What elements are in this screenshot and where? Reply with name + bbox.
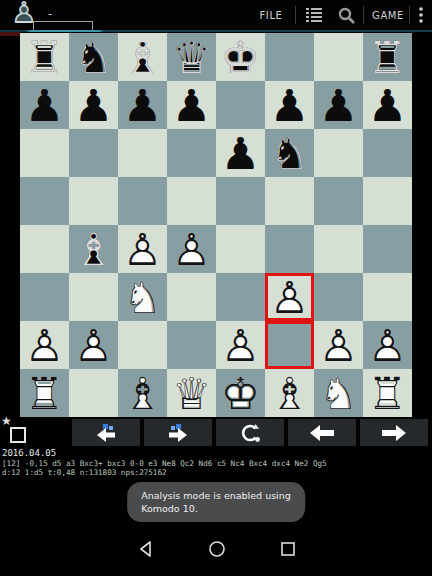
square-f5[interactable] [265, 177, 314, 225]
black-pawn: ♟ [363, 81, 412, 129]
white-pawn: ♟♙ [363, 321, 412, 369]
nav-back-icon[interactable] [137, 540, 155, 558]
square-g4[interactable] [314, 225, 363, 273]
square-a1[interactable]: ♜♖ [20, 369, 69, 417]
square-c4[interactable]: ♟♙ [118, 225, 167, 273]
square-f8[interactable] [265, 33, 314, 81]
forward-move-button[interactable] [360, 419, 428, 446]
search-icon[interactable] [330, 0, 362, 30]
square-g1[interactable]: ♞♘ [314, 369, 363, 417]
square-a4[interactable] [20, 225, 69, 273]
square-c5[interactable] [118, 177, 167, 225]
divider [295, 6, 296, 24]
back-move-button[interactable] [288, 419, 356, 446]
square-c1[interactable]: ♝♗ [118, 369, 167, 417]
action-bar: ♟ ♙ - FILE GAME [0, 0, 432, 30]
white-knight: ♞♘ [314, 369, 363, 417]
app-screen: ♟ ♙ - FILE GAME [0, 0, 432, 576]
square-g6[interactable] [314, 129, 363, 177]
square-b6[interactable] [69, 129, 118, 177]
game-menu-button[interactable]: GAME [366, 0, 410, 30]
square-h3[interactable] [363, 273, 412, 321]
square-h8[interactable]: ♜♖ [363, 33, 412, 81]
analysis-refresh-button[interactable] [216, 419, 284, 446]
white-pawn: ♟♙ [69, 321, 118, 369]
square-h6[interactable] [363, 129, 412, 177]
black-rook: ♜♖ [363, 33, 412, 81]
white-pawn: ♟♙ [265, 273, 314, 321]
white-bishop: ♝♗ [118, 369, 167, 417]
square-e7[interactable] [216, 81, 265, 129]
square-a5[interactable] [20, 177, 69, 225]
square-e4[interactable] [216, 225, 265, 273]
square-e3[interactable] [216, 273, 265, 321]
divider [363, 6, 364, 24]
moves-list-icon[interactable] [297, 0, 331, 30]
black-pawn: ♟ [314, 81, 363, 129]
square-d1[interactable]: ♛♕ [167, 369, 216, 417]
square-e6[interactable]: ♟ [216, 129, 265, 177]
window-title: - [48, 7, 52, 21]
toast-message: Analysis mode is enabled using Komodo 10… [127, 482, 305, 522]
square-d2[interactable] [167, 321, 216, 369]
black-pawn: ♟ [69, 81, 118, 129]
square-b8[interactable]: ♞♘ [69, 33, 118, 81]
overflow-menu-icon[interactable] [410, 0, 432, 30]
file-menu-button[interactable]: FILE [250, 0, 292, 30]
black-pawn: ♟ [265, 81, 314, 129]
square-a6[interactable] [20, 129, 69, 177]
prev-variation-button[interactable] [72, 419, 140, 446]
white-pawn: ♟♙ [314, 321, 363, 369]
square-e8[interactable]: ♚♔ [216, 33, 265, 81]
black-bishop: ♝♗ [118, 33, 167, 81]
game-date-label: 2016.04.05 [2, 448, 56, 458]
white-pawn: ♟♙ [216, 321, 265, 369]
nav-home-icon[interactable] [208, 540, 226, 558]
square-f3[interactable]: ♟♙ [265, 273, 314, 321]
square-b4[interactable]: ♝♗ [69, 225, 118, 273]
square-c2[interactable] [118, 321, 167, 369]
black-knight: ♞♘ [69, 33, 118, 81]
square-e5[interactable] [216, 177, 265, 225]
square-h4[interactable] [363, 225, 412, 273]
toast-line1: Analysis mode is enabled using [141, 489, 291, 502]
square-e2[interactable]: ♟♙ [216, 321, 265, 369]
square-c8[interactable]: ♝♗ [118, 33, 167, 81]
square-d4[interactable]: ♟♙ [167, 225, 216, 273]
square-g8[interactable] [314, 33, 363, 81]
favorite-star-icon: ★ [1, 414, 12, 428]
square-c3[interactable]: ♞♘ [118, 273, 167, 321]
black-pawn: ♟ [216, 129, 265, 177]
square-d8[interactable]: ♛♕ [167, 33, 216, 81]
white-pawn: ♟♙ [118, 225, 167, 273]
square-b2[interactable]: ♟♙ [69, 321, 118, 369]
black-pawn: ♟ [167, 81, 216, 129]
engine-stats-line: d:12 1:d5 t:0,48 n:131803 nps:275162 [2, 468, 432, 477]
square-g5[interactable] [314, 177, 363, 225]
white-queen: ♛♕ [167, 369, 216, 417]
square-h1[interactable]: ♜♖ [363, 369, 412, 417]
white-pawn: ♟♙ [167, 225, 216, 273]
black-pawn: ♟ [118, 81, 167, 129]
square-b7[interactable]: ♟ [69, 81, 118, 129]
square-g7[interactable]: ♟ [314, 81, 363, 129]
square-b5[interactable] [69, 177, 118, 225]
white-bishop: ♝♗ [265, 369, 314, 417]
white-rook: ♜♖ [20, 369, 69, 417]
square-f4[interactable] [265, 225, 314, 273]
square-f6[interactable]: ♞♘ [265, 129, 314, 177]
square-g2[interactable]: ♟♙ [314, 321, 363, 369]
white-pawn: ♟♙ [20, 321, 69, 369]
square-b1[interactable] [69, 369, 118, 417]
square-f7[interactable]: ♟ [265, 81, 314, 129]
square-a3[interactable] [20, 273, 69, 321]
square-c7[interactable]: ♟ [118, 81, 167, 129]
square-d3[interactable] [167, 273, 216, 321]
square-h7[interactable]: ♟ [363, 81, 412, 129]
square-d6[interactable] [167, 129, 216, 177]
engine-analysis-line: [12] -0,15 d5 a3 Bxc3+ bxc3 0-0 e3 Ne8 Q… [2, 459, 432, 468]
white-king: ♚♔ [216, 369, 265, 417]
square-g3[interactable] [314, 273, 363, 321]
select-checkbox[interactable] [10, 427, 26, 443]
square-a2[interactable]: ♟♙ [20, 321, 69, 369]
square-b3[interactable] [69, 273, 118, 321]
nav-recents-icon[interactable] [279, 540, 297, 558]
black-queen: ♛♕ [167, 33, 216, 81]
next-variation-button[interactable] [144, 419, 212, 446]
black-knight: ♞♘ [265, 129, 314, 177]
square-e1[interactable]: ♚♔ [216, 369, 265, 417]
red-indicator-bar [0, 32, 20, 36]
square-h5[interactable] [363, 177, 412, 225]
square-d7[interactable]: ♟ [167, 81, 216, 129]
toast-line2: Komodo 10. [141, 502, 291, 515]
title-spinner-underline [33, 21, 93, 30]
square-c6[interactable] [118, 129, 167, 177]
android-nav-bar [0, 530, 432, 576]
white-knight: ♞♘ [118, 273, 167, 321]
black-king: ♚♔ [216, 33, 265, 81]
square-f2[interactable] [265, 321, 314, 369]
chess-board: ♜♖♞♘♝♗♛♕♚♔♜♖♟♟♟♟♟♟♟♟♞♘♝♗♟♙♟♙♞♘♟♙♟♙♟♙♟♙♟♙… [20, 33, 412, 417]
square-a8[interactable]: ♜♖ [20, 33, 69, 81]
square-h2[interactable]: ♟♙ [363, 321, 412, 369]
square-d5[interactable] [167, 177, 216, 225]
black-bishop: ♝♗ [69, 225, 118, 273]
square-a7[interactable]: ♟ [20, 81, 69, 129]
black-rook: ♜♖ [20, 33, 69, 81]
white-rook: ♜♖ [363, 369, 412, 417]
square-f1[interactable]: ♝♗ [265, 369, 314, 417]
black-pawn: ♟ [20, 81, 69, 129]
